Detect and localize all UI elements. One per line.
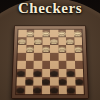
square-e7[interactable]: ⛂ bbox=[50, 37, 58, 45]
game-title: Checkers bbox=[0, 0, 100, 17]
square-e8 bbox=[50, 30, 58, 38]
light-piece[interactable]: ⛂ bbox=[50, 37, 58, 45]
dark-piece[interactable]: ⛂ bbox=[58, 77, 66, 85]
square-b8[interactable]: ⛂ bbox=[26, 30, 34, 38]
square-b1 bbox=[25, 86, 34, 95]
square-b7 bbox=[26, 37, 34, 45]
dark-piece[interactable]: ⛂ bbox=[66, 69, 74, 77]
square-c4 bbox=[34, 61, 42, 69]
square-c7[interactable]: ⛂ bbox=[34, 37, 42, 45]
square-g8 bbox=[66, 30, 74, 38]
square-h2[interactable]: ⛂ bbox=[75, 77, 84, 85]
square-d3 bbox=[42, 69, 50, 77]
dark-piece[interactable]: ⛂ bbox=[50, 69, 58, 77]
square-b5 bbox=[26, 53, 34, 61]
square-h7 bbox=[74, 37, 82, 45]
square-d4[interactable] bbox=[42, 61, 50, 69]
square-h1 bbox=[75, 86, 84, 95]
square-d5 bbox=[42, 53, 50, 61]
light-piece[interactable]: ⛂ bbox=[42, 45, 50, 53]
square-a7[interactable]: ⛂ bbox=[18, 37, 26, 45]
light-piece[interactable]: ⛂ bbox=[26, 45, 34, 53]
light-piece[interactable]: ⛂ bbox=[34, 37, 42, 45]
square-g6 bbox=[66, 45, 74, 53]
light-piece[interactable]: ⛂ bbox=[58, 30, 66, 38]
square-g3[interactable]: ⛂ bbox=[66, 69, 74, 77]
square-b3 bbox=[25, 69, 33, 77]
checkers-board: ⛂⛂⛂⛂⛂⛂⛂⛂⛂⛂⛂⛂⛂⛂⛂⛂⛂⛂⛂⛂⛂⛂⛂⛂ bbox=[11, 26, 89, 99]
light-piece[interactable]: ⛂ bbox=[42, 30, 50, 38]
square-h4[interactable] bbox=[74, 61, 82, 69]
square-b6[interactable]: ⛂ bbox=[26, 45, 34, 53]
square-g4 bbox=[66, 61, 74, 69]
square-g1[interactable]: ⛂ bbox=[67, 86, 76, 95]
square-f1 bbox=[58, 86, 67, 95]
light-piece[interactable]: ⛂ bbox=[18, 37, 26, 45]
square-a5[interactable] bbox=[17, 53, 25, 61]
dark-piece[interactable]: ⛂ bbox=[50, 86, 58, 95]
square-a8 bbox=[18, 30, 26, 38]
light-piece[interactable]: ⛂ bbox=[26, 30, 34, 38]
square-h3 bbox=[75, 69, 84, 77]
square-a3[interactable]: ⛂ bbox=[17, 69, 26, 77]
square-f4[interactable] bbox=[58, 61, 66, 69]
square-f5 bbox=[58, 53, 66, 61]
light-piece[interactable]: ⛂ bbox=[74, 45, 82, 53]
light-piece[interactable]: ⛂ bbox=[74, 30, 82, 38]
square-a1[interactable]: ⛂ bbox=[16, 86, 25, 95]
square-a2 bbox=[16, 77, 25, 85]
square-e4 bbox=[50, 61, 58, 69]
square-d8[interactable]: ⛂ bbox=[42, 30, 50, 38]
dark-piece[interactable]: ⛂ bbox=[25, 77, 33, 85]
game-scene: Checkers ⛂⛂⛂⛂⛂⛂⛂⛂⛂⛂⛂⛂⛂⛂⛂⛂⛂⛂⛂⛂⛂⛂⛂⛂ bbox=[0, 0, 100, 100]
square-b2[interactable]: ⛂ bbox=[25, 77, 34, 85]
square-d1 bbox=[42, 86, 50, 95]
square-c6 bbox=[34, 45, 42, 53]
square-c5[interactable] bbox=[34, 53, 42, 61]
square-c1[interactable]: ⛂ bbox=[33, 86, 42, 95]
light-piece[interactable]: ⛂ bbox=[58, 45, 66, 53]
square-g5[interactable] bbox=[66, 53, 74, 61]
square-a6 bbox=[18, 45, 26, 53]
square-c3[interactable]: ⛂ bbox=[33, 69, 41, 77]
square-d2[interactable]: ⛂ bbox=[42, 77, 50, 85]
square-f8[interactable]: ⛂ bbox=[58, 30, 66, 38]
square-f7 bbox=[58, 37, 66, 45]
board-frame: ⛂⛂⛂⛂⛂⛂⛂⛂⛂⛂⛂⛂⛂⛂⛂⛂⛂⛂⛂⛂⛂⛂⛂⛂ bbox=[11, 26, 89, 99]
square-f3 bbox=[58, 69, 66, 77]
light-piece[interactable]: ⛂ bbox=[66, 37, 74, 45]
square-f2[interactable]: ⛂ bbox=[58, 77, 66, 85]
square-b4[interactable] bbox=[25, 61, 33, 69]
square-e1[interactable]: ⛂ bbox=[50, 86, 58, 95]
square-d7 bbox=[42, 37, 50, 45]
square-e3[interactable]: ⛂ bbox=[50, 69, 58, 77]
dark-piece[interactable]: ⛂ bbox=[33, 86, 41, 95]
dark-piece[interactable]: ⛂ bbox=[16, 86, 25, 95]
dark-piece[interactable]: ⛂ bbox=[67, 86, 76, 95]
square-h6[interactable]: ⛂ bbox=[74, 45, 82, 53]
square-c8 bbox=[34, 30, 42, 38]
dark-piece[interactable]: ⛂ bbox=[33, 69, 41, 77]
square-e5[interactable] bbox=[50, 53, 58, 61]
board-grid: ⛂⛂⛂⛂⛂⛂⛂⛂⛂⛂⛂⛂⛂⛂⛂⛂⛂⛂⛂⛂⛂⛂⛂⛂ bbox=[15, 29, 85, 95]
square-g2 bbox=[67, 77, 76, 85]
square-e2 bbox=[50, 77, 58, 85]
square-h5 bbox=[74, 53, 82, 61]
square-c2 bbox=[33, 77, 41, 85]
square-d6[interactable]: ⛂ bbox=[42, 45, 50, 53]
square-f6[interactable]: ⛂ bbox=[58, 45, 66, 53]
square-e6 bbox=[50, 45, 58, 53]
square-h8[interactable]: ⛂ bbox=[74, 30, 82, 38]
square-g7[interactable]: ⛂ bbox=[66, 37, 74, 45]
dark-piece[interactable]: ⛂ bbox=[75, 77, 84, 85]
dark-piece[interactable]: ⛂ bbox=[17, 69, 25, 77]
dark-piece[interactable]: ⛂ bbox=[42, 77, 50, 85]
square-a4 bbox=[17, 61, 25, 69]
